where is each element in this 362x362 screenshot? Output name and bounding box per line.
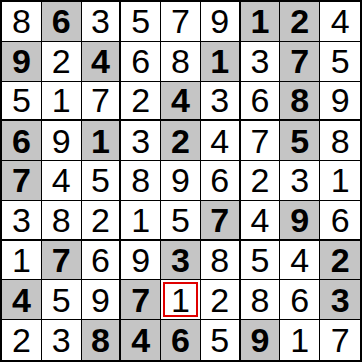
cell-r2c6[interactable]: 1 (201, 42, 241, 82)
cell-r9c5[interactable]: 6 (161, 320, 201, 360)
cell-r1c8[interactable]: 2 (280, 2, 320, 42)
cell-r1c3[interactable]: 3 (82, 2, 122, 42)
cell-r1c9[interactable]: 4 (320, 2, 360, 42)
selected-cell[interactable]: 1 (161, 280, 201, 320)
cell-r7c5[interactable]: 3 (161, 241, 201, 281)
cell-r9c9[interactable]: 7 (320, 320, 360, 360)
cell-r9c3[interactable]: 8 (82, 320, 122, 360)
cell-r6c6[interactable]: 7 (201, 201, 241, 241)
cell-r1c4[interactable]: 5 (121, 2, 161, 42)
cell-r4c7[interactable]: 7 (241, 121, 281, 161)
cell-r3c6[interactable]: 3 (201, 82, 241, 122)
cell-r2c4[interactable]: 6 (121, 42, 161, 82)
cell-r9c4[interactable]: 4 (121, 320, 161, 360)
cell-r3c9[interactable]: 9 (320, 82, 360, 122)
cell-r4c8[interactable]: 5 (280, 121, 320, 161)
cell-r8c1[interactable]: 4 (2, 280, 42, 320)
cell-r6c1[interactable]: 3 (2, 201, 42, 241)
cell-r4c3[interactable]: 1 (82, 121, 122, 161)
cell-r3c8[interactable]: 8 (280, 82, 320, 122)
cell-r5c8[interactable]: 3 (280, 161, 320, 201)
cell-r8c6[interactable]: 2 (201, 280, 241, 320)
cell-r7c6[interactable]: 8 (201, 241, 241, 281)
cell-r5c9[interactable]: 1 (320, 161, 360, 201)
cell-r3c3[interactable]: 7 (82, 82, 122, 122)
cell-r5c1[interactable]: 7 (2, 161, 42, 201)
sudoku-board: 8635791249246813755172436896913247587458… (0, 0, 362, 362)
cell-r7c4[interactable]: 9 (121, 241, 161, 281)
cell-r9c6[interactable]: 5 (201, 320, 241, 360)
cell-r4c9[interactable]: 8 (320, 121, 360, 161)
cell-r3c2[interactable]: 1 (42, 82, 82, 122)
cell-r5c3[interactable]: 5 (82, 161, 122, 201)
cell-r9c7[interactable]: 9 (241, 320, 281, 360)
cell-r4c5[interactable]: 2 (161, 121, 201, 161)
cell-r8c8[interactable]: 6 (280, 280, 320, 320)
cell-r6c3[interactable]: 2 (82, 201, 122, 241)
cell-r7c3[interactable]: 6 (82, 241, 122, 281)
cell-r5c2[interactable]: 4 (42, 161, 82, 201)
cell-r8c7[interactable]: 8 (241, 280, 281, 320)
cell-r1c7[interactable]: 1 (241, 2, 281, 42)
cell-r4c1[interactable]: 6 (2, 121, 42, 161)
cell-r2c9[interactable]: 5 (320, 42, 360, 82)
cell-r2c3[interactable]: 4 (82, 42, 122, 82)
cell-r8c4[interactable]: 7 (121, 280, 161, 320)
cell-r8c3[interactable]: 9 (82, 280, 122, 320)
cell-r7c2[interactable]: 7 (42, 241, 82, 281)
cell-r6c9[interactable]: 6 (320, 201, 360, 241)
cell-r2c8[interactable]: 7 (280, 42, 320, 82)
cell-r2c5[interactable]: 8 (161, 42, 201, 82)
cell-r7c8[interactable]: 4 (280, 241, 320, 281)
cell-r6c7[interactable]: 4 (241, 201, 281, 241)
cell-r2c2[interactable]: 2 (42, 42, 82, 82)
cell-r3c1[interactable]: 5 (2, 82, 42, 122)
cell-r7c7[interactable]: 5 (241, 241, 281, 281)
cell-r9c8[interactable]: 1 (280, 320, 320, 360)
cell-r4c4[interactable]: 3 (121, 121, 161, 161)
cell-r9c2[interactable]: 3 (42, 320, 82, 360)
cell-r3c7[interactable]: 6 (241, 82, 281, 122)
cell-r3c4[interactable]: 2 (121, 82, 161, 122)
cell-r6c8[interactable]: 9 (280, 201, 320, 241)
cell-r6c4[interactable]: 1 (121, 201, 161, 241)
cell-r6c5[interactable]: 5 (161, 201, 201, 241)
cell-r3c5[interactable]: 4 (161, 82, 201, 122)
cell-r2c1[interactable]: 9 (2, 42, 42, 82)
cell-r7c9[interactable]: 2 (320, 241, 360, 281)
cell-r1c6[interactable]: 9 (201, 2, 241, 42)
cell-r5c5[interactable]: 9 (161, 161, 201, 201)
cell-r2c7[interactable]: 3 (241, 42, 281, 82)
cell-r5c4[interactable]: 8 (121, 161, 161, 201)
cell-r1c2[interactable]: 6 (42, 2, 82, 42)
cell-r6c2[interactable]: 8 (42, 201, 82, 241)
cell-r8c9[interactable]: 3 (320, 280, 360, 320)
cell-r7c1[interactable]: 1 (2, 241, 42, 281)
cell-r8c2[interactable]: 5 (42, 280, 82, 320)
cell-r9c1[interactable]: 2 (2, 320, 42, 360)
cell-r4c2[interactable]: 9 (42, 121, 82, 161)
cell-r1c1[interactable]: 8 (2, 2, 42, 42)
cell-r4c6[interactable]: 4 (201, 121, 241, 161)
cell-r5c6[interactable]: 6 (201, 161, 241, 201)
cell-r1c5[interactable]: 7 (161, 2, 201, 42)
cell-r5c7[interactable]: 2 (241, 161, 281, 201)
